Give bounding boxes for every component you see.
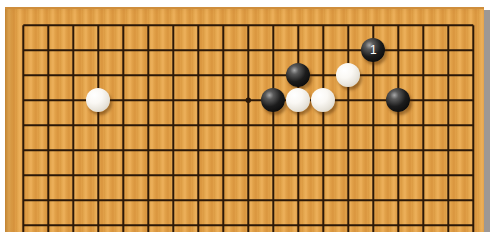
move-number-label: 1 <box>370 44 377 56</box>
go-board[interactable]: 1 <box>5 7 484 232</box>
board-grid <box>5 9 484 232</box>
board-edge-shadow <box>484 10 490 232</box>
go-diagram: 1 <box>0 0 500 232</box>
star-point-hoshi <box>246 98 251 103</box>
